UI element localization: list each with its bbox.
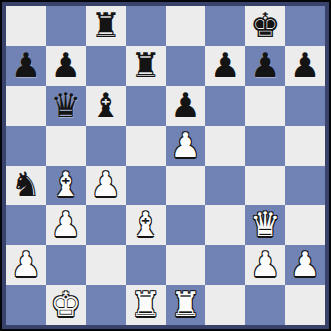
piece-white-rook-d1[interactable]: ♜ bbox=[130, 287, 160, 321]
square-e3[interactable] bbox=[166, 205, 206, 245]
square-c2[interactable] bbox=[86, 245, 126, 285]
square-f2[interactable] bbox=[205, 245, 245, 285]
square-f5[interactable] bbox=[205, 126, 245, 166]
square-c3[interactable] bbox=[86, 205, 126, 245]
square-d3[interactable]: ♝ bbox=[126, 205, 166, 245]
square-d2[interactable] bbox=[126, 245, 166, 285]
piece-white-pawn-g2[interactable]: ♟ bbox=[250, 247, 280, 281]
square-d1[interactable]: ♜ bbox=[126, 285, 166, 325]
square-g2[interactable]: ♟ bbox=[245, 245, 285, 285]
square-h4[interactable] bbox=[285, 166, 325, 206]
square-a4[interactable]: ♞ bbox=[6, 166, 46, 206]
piece-white-queen-g3[interactable]: ♛ bbox=[250, 207, 280, 241]
square-f8[interactable] bbox=[205, 6, 245, 46]
piece-black-knight-a4[interactable]: ♞ bbox=[11, 167, 41, 201]
square-e8[interactable] bbox=[166, 6, 206, 46]
square-c5[interactable] bbox=[86, 126, 126, 166]
square-c4[interactable]: ♟ bbox=[86, 166, 126, 206]
square-a5[interactable] bbox=[6, 126, 46, 166]
square-g1[interactable] bbox=[245, 285, 285, 325]
piece-black-pawn-g7[interactable]: ♟ bbox=[250, 48, 280, 82]
square-e2[interactable] bbox=[166, 245, 206, 285]
chess-diagram: ♜♚♟♟♜♟♟♟♛♝♟♟♞♝♟♟♝♛♟♟♟♚♜♜ bbox=[0, 0, 331, 331]
piece-white-bishop-b4[interactable]: ♝ bbox=[51, 167, 81, 201]
piece-white-pawn-h2[interactable]: ♟ bbox=[290, 247, 320, 281]
square-g8[interactable]: ♚ bbox=[245, 6, 285, 46]
square-b1[interactable]: ♚ bbox=[46, 285, 86, 325]
square-c1[interactable] bbox=[86, 285, 126, 325]
square-b3[interactable]: ♟ bbox=[46, 205, 86, 245]
square-a2[interactable]: ♟ bbox=[6, 245, 46, 285]
piece-black-rook-d7[interactable]: ♜ bbox=[130, 48, 160, 82]
square-d6[interactable] bbox=[126, 86, 166, 126]
piece-black-pawn-e6[interactable]: ♟ bbox=[170, 88, 200, 122]
square-g5[interactable] bbox=[245, 126, 285, 166]
square-d5[interactable] bbox=[126, 126, 166, 166]
piece-black-pawn-b7[interactable]: ♟ bbox=[51, 48, 81, 82]
square-f4[interactable] bbox=[205, 166, 245, 206]
square-b7[interactable]: ♟ bbox=[46, 46, 86, 86]
square-e7[interactable] bbox=[166, 46, 206, 86]
piece-white-king-b1[interactable]: ♚ bbox=[51, 287, 81, 321]
piece-white-pawn-b3[interactable]: ♟ bbox=[51, 207, 81, 241]
square-f6[interactable] bbox=[205, 86, 245, 126]
square-e6[interactable]: ♟ bbox=[166, 86, 206, 126]
piece-white-pawn-c4[interactable]: ♟ bbox=[90, 167, 120, 201]
square-a3[interactable] bbox=[6, 205, 46, 245]
square-h5[interactable] bbox=[285, 126, 325, 166]
piece-black-rook-c8[interactable]: ♜ bbox=[90, 8, 120, 42]
square-f3[interactable] bbox=[205, 205, 245, 245]
square-d7[interactable]: ♜ bbox=[126, 46, 166, 86]
square-b8[interactable] bbox=[46, 6, 86, 46]
square-h1[interactable] bbox=[285, 285, 325, 325]
square-g7[interactable]: ♟ bbox=[245, 46, 285, 86]
piece-black-queen-b6[interactable]: ♛ bbox=[51, 88, 81, 122]
square-h6[interactable] bbox=[285, 86, 325, 126]
piece-black-pawn-a7[interactable]: ♟ bbox=[11, 48, 41, 82]
chess-board: ♜♚♟♟♜♟♟♟♛♝♟♟♞♝♟♟♝♛♟♟♟♚♜♜ bbox=[6, 6, 325, 325]
piece-black-pawn-f7[interactable]: ♟ bbox=[210, 48, 240, 82]
piece-white-rook-e1[interactable]: ♜ bbox=[170, 287, 200, 321]
square-f7[interactable]: ♟ bbox=[205, 46, 245, 86]
piece-white-bishop-d3[interactable]: ♝ bbox=[130, 207, 160, 241]
square-e1[interactable]: ♜ bbox=[166, 285, 206, 325]
square-g6[interactable] bbox=[245, 86, 285, 126]
square-a6[interactable] bbox=[6, 86, 46, 126]
square-a1[interactable] bbox=[6, 285, 46, 325]
square-f1[interactable] bbox=[205, 285, 245, 325]
square-h3[interactable] bbox=[285, 205, 325, 245]
square-e5[interactable]: ♟ bbox=[166, 126, 206, 166]
square-e4[interactable] bbox=[166, 166, 206, 206]
square-h7[interactable]: ♟ bbox=[285, 46, 325, 86]
square-b2[interactable] bbox=[46, 245, 86, 285]
piece-black-pawn-h7[interactable]: ♟ bbox=[290, 48, 320, 82]
piece-white-pawn-a2[interactable]: ♟ bbox=[11, 247, 41, 281]
square-b6[interactable]: ♛ bbox=[46, 86, 86, 126]
square-d4[interactable] bbox=[126, 166, 166, 206]
square-h2[interactable]: ♟ bbox=[285, 245, 325, 285]
square-a8[interactable] bbox=[6, 6, 46, 46]
board-frame: ♜♚♟♟♜♟♟♟♛♝♟♟♞♝♟♟♝♛♟♟♟♚♜♜ bbox=[2, 2, 329, 329]
square-c8[interactable]: ♜ bbox=[86, 6, 126, 46]
square-b5[interactable] bbox=[46, 126, 86, 166]
square-g4[interactable] bbox=[245, 166, 285, 206]
square-a7[interactable]: ♟ bbox=[6, 46, 46, 86]
square-h8[interactable] bbox=[285, 6, 325, 46]
square-c6[interactable]: ♝ bbox=[86, 86, 126, 126]
piece-black-bishop-c6[interactable]: ♝ bbox=[90, 88, 120, 122]
piece-white-pawn-e5[interactable]: ♟ bbox=[170, 128, 200, 162]
square-d8[interactable] bbox=[126, 6, 166, 46]
square-c7[interactable] bbox=[86, 46, 126, 86]
square-b4[interactable]: ♝ bbox=[46, 166, 86, 206]
piece-black-king-g8[interactable]: ♚ bbox=[250, 8, 280, 42]
square-g3[interactable]: ♛ bbox=[245, 205, 285, 245]
